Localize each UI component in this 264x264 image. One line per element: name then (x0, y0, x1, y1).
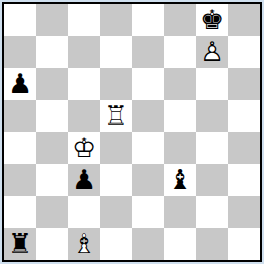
black-bishop[interactable]: ♝ (164, 164, 196, 196)
square-e3[interactable] (132, 164, 164, 196)
square-c7[interactable] (68, 36, 100, 68)
black-king[interactable]: ♚ (196, 4, 228, 36)
square-h6[interactable] (228, 68, 260, 100)
square-g4[interactable] (196, 132, 228, 164)
square-d7[interactable] (100, 36, 132, 68)
square-a4[interactable] (4, 132, 36, 164)
square-f6[interactable] (164, 68, 196, 100)
square-e6[interactable] (132, 68, 164, 100)
white-bishop[interactable]: ♝♗ (68, 228, 100, 260)
black-pawn-glyph: ♟ (68, 164, 100, 196)
square-e1[interactable] (132, 228, 164, 260)
board-frame: ♚♟♙♟♜♖♚♔♟♝♜♝♗ (2, 2, 262, 262)
square-b8[interactable] (36, 4, 68, 36)
square-h3[interactable] (228, 164, 260, 196)
white-bishop-outline: ♗ (68, 228, 100, 260)
black-pawn-glyph: ♟ (4, 68, 36, 100)
square-a3[interactable] (4, 164, 36, 196)
square-f5[interactable] (164, 100, 196, 132)
square-g6[interactable] (196, 68, 228, 100)
square-d1[interactable] (100, 228, 132, 260)
white-king[interactable]: ♚♔ (68, 132, 100, 164)
square-d4[interactable] (100, 132, 132, 164)
square-g3[interactable] (196, 164, 228, 196)
square-b4[interactable] (36, 132, 68, 164)
square-a1[interactable]: ♜ (4, 228, 36, 260)
square-c5[interactable] (68, 100, 100, 132)
square-c2[interactable] (68, 196, 100, 228)
square-c3[interactable]: ♟ (68, 164, 100, 196)
square-f7[interactable] (164, 36, 196, 68)
square-h8[interactable] (228, 4, 260, 36)
square-f3[interactable]: ♝ (164, 164, 196, 196)
chess-board: ♚♟♙♟♜♖♚♔♟♝♜♝♗ (4, 4, 260, 260)
white-rook-outline: ♖ (100, 100, 132, 132)
square-h1[interactable] (228, 228, 260, 260)
square-e5[interactable] (132, 100, 164, 132)
square-g1[interactable] (196, 228, 228, 260)
board-outer-border: ♚♟♙♟♜♖♚♔♟♝♜♝♗ (0, 0, 264, 264)
black-king-glyph: ♚ (196, 4, 228, 36)
square-h5[interactable] (228, 100, 260, 132)
square-g7[interactable]: ♟♙ (196, 36, 228, 68)
square-h2[interactable] (228, 196, 260, 228)
square-a6[interactable]: ♟ (4, 68, 36, 100)
black-rook[interactable]: ♜ (4, 228, 36, 260)
square-e2[interactable] (132, 196, 164, 228)
square-d3[interactable] (100, 164, 132, 196)
square-c8[interactable] (68, 4, 100, 36)
square-e4[interactable] (132, 132, 164, 164)
black-pawn[interactable]: ♟ (68, 164, 100, 196)
white-pawn-outline: ♙ (196, 36, 228, 68)
square-b2[interactable] (36, 196, 68, 228)
square-f2[interactable] (164, 196, 196, 228)
square-g8[interactable]: ♚ (196, 4, 228, 36)
white-king-outline: ♔ (68, 132, 100, 164)
black-rook-glyph: ♜ (4, 228, 36, 260)
square-c1[interactable]: ♝♗ (68, 228, 100, 260)
square-b6[interactable] (36, 68, 68, 100)
square-c6[interactable] (68, 68, 100, 100)
black-bishop-glyph: ♝ (164, 164, 196, 196)
square-a7[interactable] (4, 36, 36, 68)
white-pawn[interactable]: ♟♙ (196, 36, 228, 68)
square-c4[interactable]: ♚♔ (68, 132, 100, 164)
square-a8[interactable] (4, 4, 36, 36)
black-pawn[interactable]: ♟ (4, 68, 36, 100)
square-f1[interactable] (164, 228, 196, 260)
square-f4[interactable] (164, 132, 196, 164)
square-b3[interactable] (36, 164, 68, 196)
square-b5[interactable] (36, 100, 68, 132)
square-h4[interactable] (228, 132, 260, 164)
white-rook[interactable]: ♜♖ (100, 100, 132, 132)
square-d8[interactable] (100, 4, 132, 36)
square-h7[interactable] (228, 36, 260, 68)
square-e7[interactable] (132, 36, 164, 68)
square-b7[interactable] (36, 36, 68, 68)
square-f8[interactable] (164, 4, 196, 36)
square-a2[interactable] (4, 196, 36, 228)
square-a5[interactable] (4, 100, 36, 132)
square-d2[interactable] (100, 196, 132, 228)
square-g2[interactable] (196, 196, 228, 228)
square-g5[interactable] (196, 100, 228, 132)
square-e8[interactable] (132, 4, 164, 36)
square-d5[interactable]: ♜♖ (100, 100, 132, 132)
square-d6[interactable] (100, 68, 132, 100)
square-b1[interactable] (36, 228, 68, 260)
